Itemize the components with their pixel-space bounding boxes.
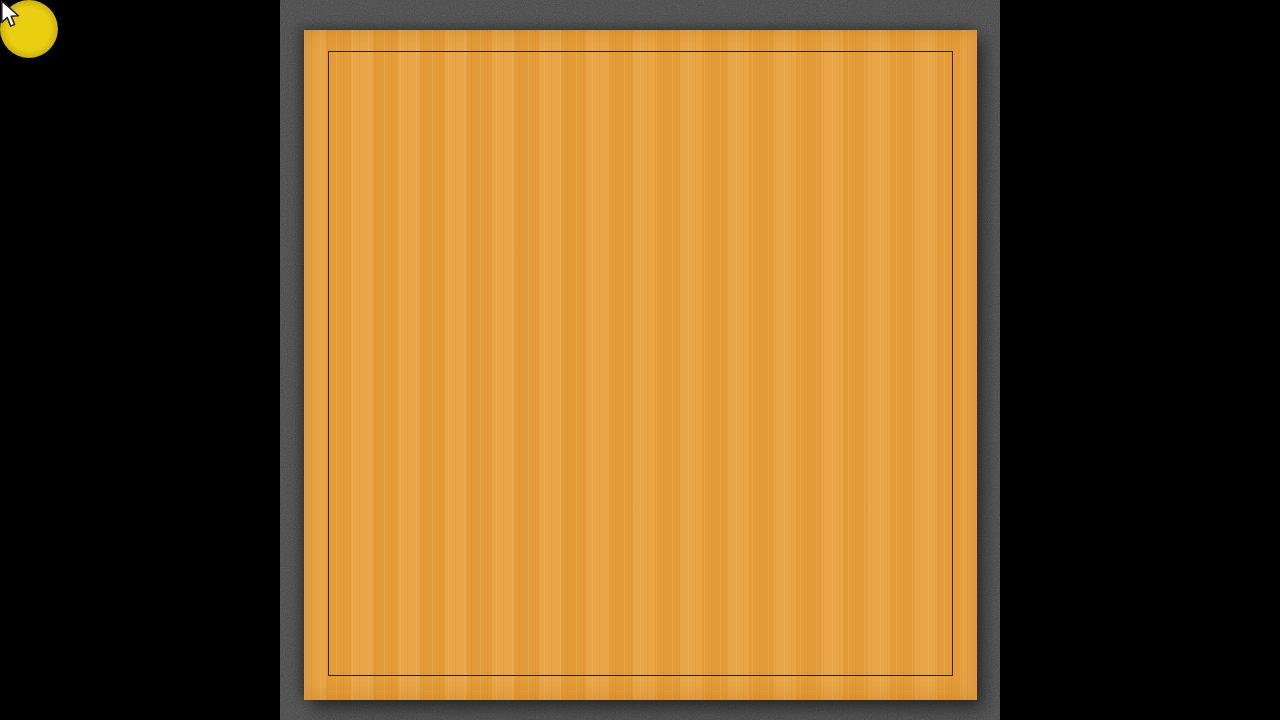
go-board[interactable] bbox=[304, 30, 977, 700]
video-frame bbox=[0, 0, 1280, 720]
board-grid[interactable] bbox=[328, 51, 953, 676]
mouse-pointer-icon bbox=[0, 0, 21, 28]
board-panel bbox=[280, 0, 1000, 720]
cursor-highlight bbox=[0, 0, 58, 58]
